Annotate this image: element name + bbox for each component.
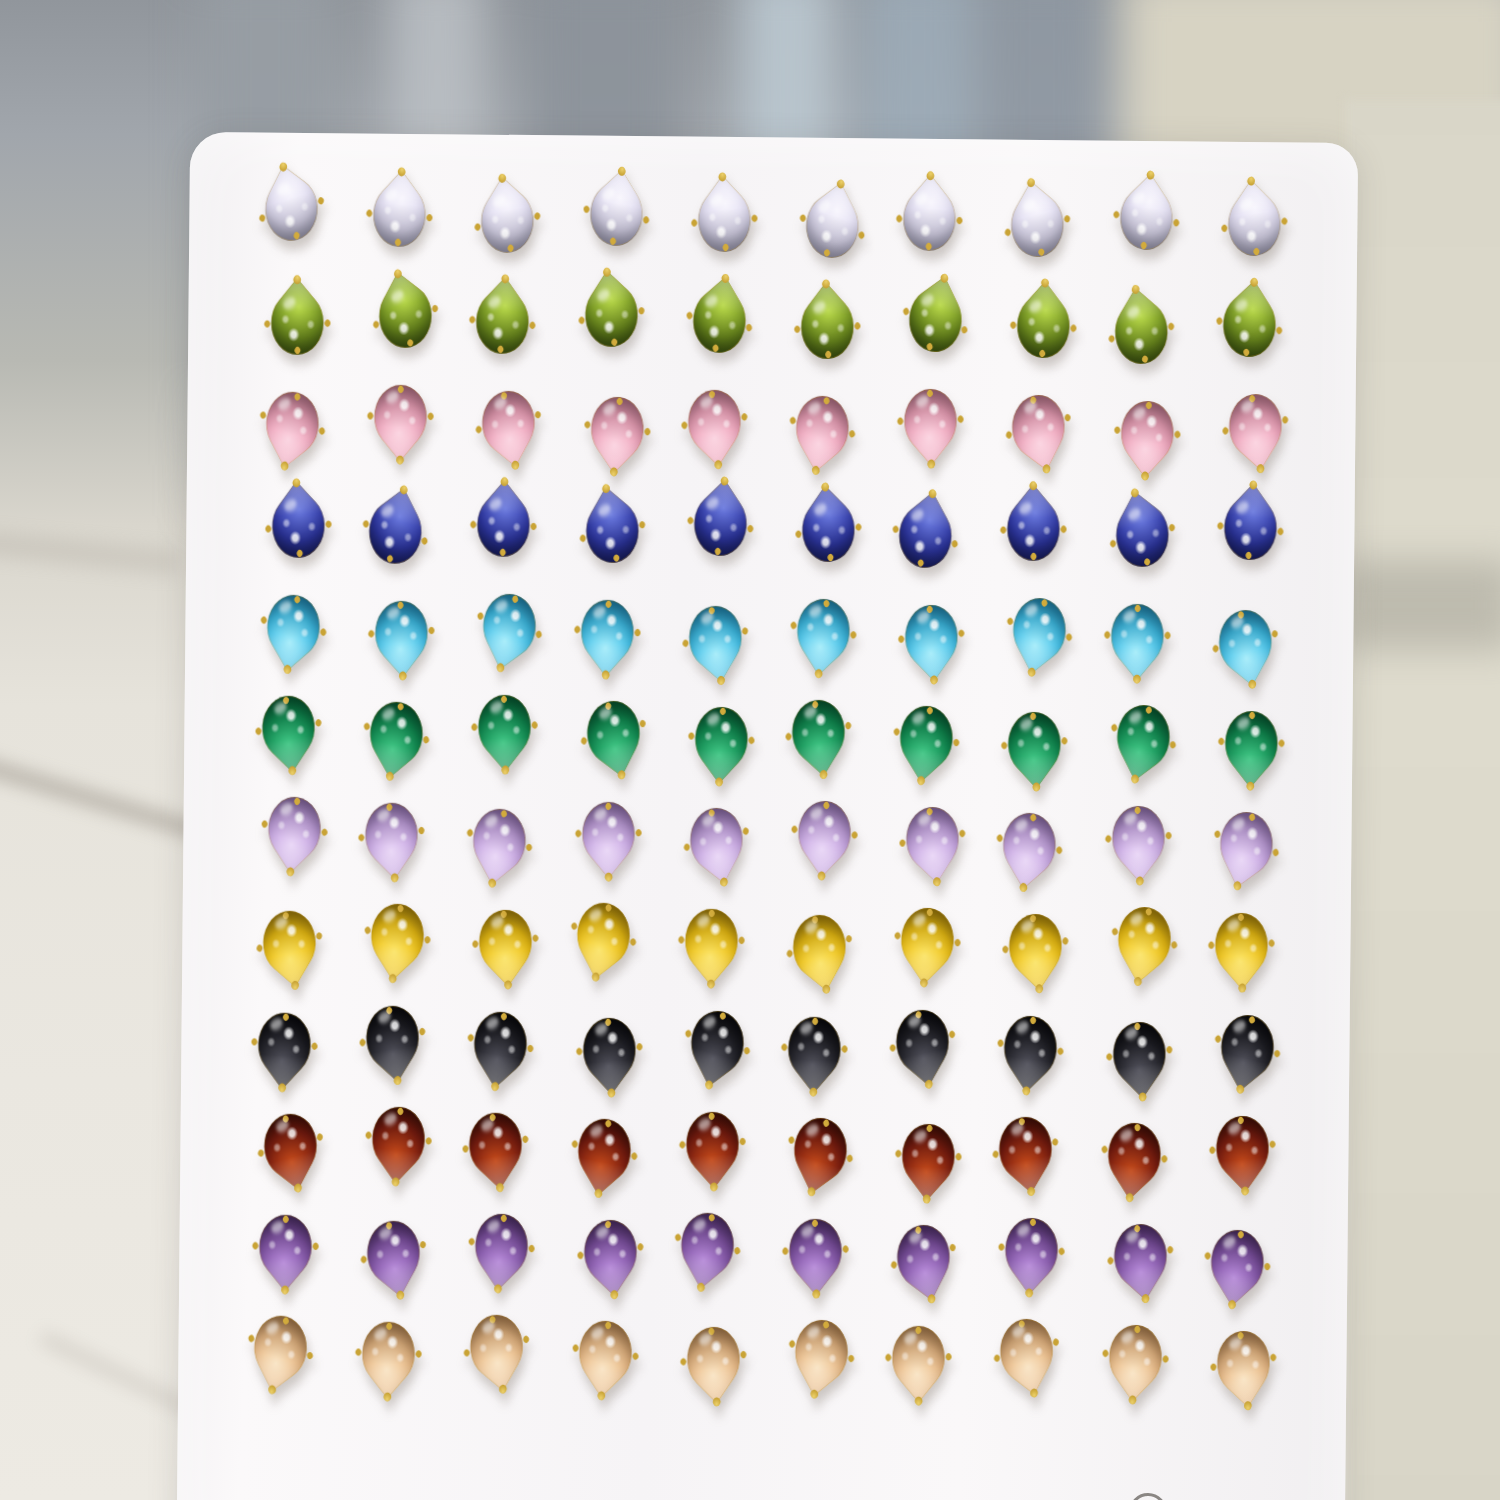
earring-stud [997,699,1072,790]
earring-stud [251,682,326,773]
earring-stud [1006,281,1081,372]
gold-prong [1042,463,1052,475]
gold-prong [1032,781,1042,794]
gold-prong [719,474,729,487]
gold-prong [393,268,403,280]
earring-stud [574,270,649,361]
earring-stud [892,174,967,265]
stone-clear-crystal [471,176,544,266]
earring-stud [679,795,754,886]
gold-prong [391,1175,401,1188]
gold-prong [293,1182,303,1194]
stone-aqua-blue [474,582,546,670]
gold-prong [922,1192,932,1205]
stone-sapphire-blue [997,483,1071,574]
earring-stud [886,1212,961,1303]
earring-stud [575,485,650,576]
earring-stud [255,379,330,470]
background-shadow-band [1340,560,1500,650]
earring-stud [466,479,541,570]
earring-stud [1213,482,1288,573]
stone-rose-pink [472,379,545,468]
stone-aqua-blue [679,593,752,682]
stone-champagne [244,1304,316,1392]
gold-prong [820,480,830,493]
gold-prong [816,870,826,883]
stone-garnet-red [254,1101,327,1189]
gold-prong [1130,773,1140,785]
stone-peridot-olive [574,270,648,360]
stone-aqua-blue [570,586,644,676]
gold-prong [601,482,611,495]
earring-stud [1200,1217,1275,1308]
earring-stud [572,1004,647,1095]
gold-prong [821,278,831,291]
earring-stud [580,384,655,475]
stone-canary-yellow [1204,900,1278,990]
gold-prong [490,1080,500,1093]
earring-stud [465,277,540,368]
stone-rose-pink [256,380,328,468]
earring-stud [471,378,546,469]
earring-stud [1109,173,1184,264]
gold-prong [927,1293,937,1305]
gold-prong [709,1180,719,1193]
earring-stud [885,996,960,1087]
stone-champagne [882,1313,956,1404]
earring-stud [1208,596,1283,687]
gold-prong [290,979,300,992]
stone-clear-crystal [363,170,437,260]
earring-stud [252,898,327,989]
stone-jet-black [886,997,959,1086]
stone-emerald-green [252,683,326,773]
gold-prong [493,1282,503,1295]
earring-stud [1205,1102,1280,1193]
stone-clear-crystal [255,165,327,253]
earring-stud [468,682,543,773]
gold-prong [1134,875,1144,888]
stone-sapphire-blue [359,487,431,575]
stone-jet-black [777,1003,851,1093]
stone-emerald-green [1107,693,1179,781]
earring-stud [781,687,856,778]
earring-stud [795,181,870,272]
earring-stud [566,890,641,981]
earring-stud [1101,793,1176,884]
earring-stud [1218,381,1293,472]
stone-emerald-green [1214,698,1288,788]
gold-prong [924,1078,934,1091]
gold-prong [932,876,942,889]
stone-clear-crystal [892,174,966,264]
earring-stud [368,271,443,362]
gold-prong [390,872,400,885]
earring-stud [898,275,973,366]
earring-stud [990,1306,1065,1397]
gold-prong [928,487,938,499]
gold-prong [1024,1287,1034,1300]
gold-prong [1255,463,1265,476]
earring-stud [683,478,758,569]
gold-prong [814,667,824,680]
earring-stud [782,902,857,993]
gold-prong [608,466,618,479]
gold-prong [1019,881,1029,894]
gold-prong [397,165,407,178]
gold-prong [385,770,395,783]
stone-canary-yellow [253,899,326,988]
earring-stud [362,169,437,260]
gold-prong [603,871,613,884]
stone-emerald-green [782,687,855,777]
earring-stud [248,1201,323,1292]
stone-champagne [676,1314,750,1404]
earring-stud [579,169,654,260]
earring-stud [464,998,539,1089]
stone-amethyst-purple [888,1213,960,1301]
stone-rose-pink [364,372,438,463]
stone-jet-black [994,1003,1068,1093]
earring-stud [1106,692,1181,783]
stone-lilac [571,789,645,880]
earring-stud [356,1207,431,1298]
gold-prong [809,1388,819,1400]
gold-prong [1235,1083,1245,1095]
earring-stud [778,1206,853,1297]
stone-aqua-blue [787,586,861,676]
gold-prong [929,673,939,686]
earring-stud [1102,1008,1177,1099]
earring-stud [359,688,434,779]
gold-prong [282,663,292,676]
gold-prong [926,458,936,471]
earring-stud [363,372,438,463]
stone-garnet-red [1097,1110,1171,1200]
stone-rose-pink [1110,388,1184,478]
gold-prong [1247,678,1257,690]
stone-aqua-blue [257,582,330,671]
earring-stud [678,592,753,683]
gold-prong [1027,666,1037,678]
gold-prong [818,768,828,781]
stone-lilac [680,796,753,884]
earring-stud [684,694,759,785]
earring-stud [358,486,433,577]
stone-amethyst-purple [465,1201,539,1291]
stone-champagne [352,1309,426,1399]
stone-garnet-red [989,1104,1062,1193]
gold-prong [495,1181,505,1194]
stone-sapphire-blue [889,491,962,580]
gold-prong [1035,983,1045,996]
earring-stud [1100,590,1175,681]
earring-stud [994,1002,1069,1093]
gold-prong [277,1081,287,1094]
gold-prong [916,774,926,787]
gold-prong [496,661,506,673]
stone-peridot-olive [683,276,756,365]
gold-prong [1127,1394,1137,1407]
earring-stud [1104,287,1179,378]
earring-stud [570,586,645,677]
earring-stud [473,580,548,671]
earring-stud [1105,489,1180,580]
earring-stud [254,163,329,254]
gold-prong [808,1085,818,1098]
earring-stud [256,581,331,672]
stone-aqua-blue [1004,586,1076,674]
stone-rose-pink [580,384,654,474]
gold-prong [821,983,831,995]
earring-stud [261,480,336,571]
earring-stud [888,490,963,581]
earring-stud [677,377,752,468]
stone-lilac [1101,793,1175,883]
stone-canary-yellow [891,895,965,985]
stone-canary-yellow [674,896,748,987]
gold-prong [616,165,626,178]
earring-stud [470,176,545,267]
earring-stud [247,999,322,1090]
stone-jet-black [247,999,321,1089]
stone-jet-black [1102,1009,1176,1099]
stone-canary-yellow [999,901,1073,991]
gold-prong [609,1288,619,1301]
gold-prong [1240,1184,1250,1197]
earring-stud [360,891,435,982]
gold-prong [498,1383,508,1396]
background-beige-panel [1345,100,1500,1500]
earring-stud [998,901,1073,992]
earring-stud [1110,388,1185,479]
gold-prong [596,1390,606,1403]
stone-garnet-red [1205,1103,1279,1193]
stone-jet-black [464,999,537,1089]
gold-prong [382,1391,392,1404]
stone-sapphire-blue [791,485,865,575]
earring-stud [682,276,757,367]
stone-emerald-green [577,689,649,777]
stone-amethyst-purple [671,1200,744,1289]
earring-stud [1209,799,1284,890]
gold-prong [600,668,610,681]
stone-rose-pink [894,376,968,466]
stone-canary-yellow [361,891,435,981]
gold-prong [1237,982,1247,995]
stone-aqua-blue [1100,590,1174,681]
earring-stud [1097,1109,1172,1200]
stone-canary-yellow [567,891,639,979]
stone-clear-crystal [687,175,761,265]
earring-stud [571,789,646,880]
gold-prong [1124,1191,1134,1204]
earring-stud [355,992,430,1083]
earring-stud [675,1098,750,1189]
earring-stud [996,483,1071,574]
gold-prong [1022,1084,1032,1097]
stone-emerald-green [890,693,963,783]
earring-stud [790,282,865,373]
gold-prong [717,171,727,184]
display-card [177,132,1359,1500]
gold-prong [719,876,729,888]
earring-stud [1103,1211,1178,1302]
photo-canvas: { "scene": { "subject": "White acrylic d… [0,0,1500,1500]
earring-stud [889,693,964,784]
stone-peridot-olive [369,272,442,360]
gold-prong [1028,479,1038,492]
stone-champagne [785,1308,858,1397]
earring-stud [361,1093,436,1184]
stone-garnet-red [675,1098,749,1188]
stone-canary-yellow [783,903,856,992]
stone-clear-crystal [796,182,868,270]
stone-peridot-olive [1104,288,1177,377]
gold-prong [278,161,288,173]
stone-canary-yellow [1108,895,1181,984]
stone-rose-pink [677,377,751,467]
gold-prong [714,776,724,789]
gold-prong [1145,169,1155,182]
stone-garnet-red [567,1106,640,1195]
gold-prong [811,464,821,477]
gold-prong [1130,283,1140,296]
earring-stud [890,895,965,986]
gold-prong [711,1396,721,1409]
earring-stud [785,383,860,474]
gold-prong [720,272,730,285]
gold-prong [696,1281,706,1294]
stone-aqua-blue [1209,597,1282,686]
earring-stud [351,1309,426,1400]
gold-prong [280,1284,290,1297]
earring-stud [786,585,861,676]
earring-stud [354,790,429,881]
earring-stud [568,1308,643,1399]
earring-stud [881,1313,956,1404]
stone-clear-crystal [1001,180,1074,269]
stone-champagne [1098,1312,1172,1402]
stone-clear-crystal [579,169,652,259]
earring-stud [1217,179,1292,270]
stone-garnet-red [892,1111,966,1201]
gold-prong [811,1288,821,1301]
stone-amethyst-purple [995,1205,1069,1295]
gold-prong [836,178,846,190]
earring-stud [787,788,862,879]
gold-prong [914,1395,924,1408]
stone-amethyst-purple [778,1206,852,1296]
earring-stud [1003,584,1078,675]
earring-stud [465,1201,540,1292]
earring-stud [784,1307,859,1398]
gold-prong [1129,486,1139,498]
gold-prong [1245,780,1255,793]
gold-prong [1232,880,1242,892]
earring-stud [783,1104,858,1195]
gold-prong [606,1086,616,1099]
gold-prong [1139,470,1149,483]
earring-stud [1212,280,1287,371]
earring-stud [894,591,969,682]
stone-jet-black [681,998,753,1086]
stone-amethyst-purple [357,1208,430,1297]
gold-prong [1227,1298,1237,1311]
stone-emerald-green [684,694,758,784]
stone-garnet-red [785,1106,857,1194]
earring-stud [676,1314,751,1405]
earring-stud [674,896,749,987]
stone-emerald-green [360,689,433,778]
gold-prong [285,866,295,879]
stone-lilac [258,784,332,874]
earring-stud [891,1110,966,1201]
stone-rose-pink [786,384,859,473]
earring-stud [573,1207,648,1298]
earring-stud [567,1105,642,1196]
stone-sapphire-blue [575,486,648,575]
earring-stud [680,997,755,1088]
stone-champagne [460,1303,533,1392]
gold-prong [716,674,726,687]
stone-champagne [991,1307,1064,1395]
earring-stud [777,1003,852,1094]
gold-prong [1026,176,1036,189]
earring-stud [995,1205,1070,1296]
gold-prong [940,272,950,284]
stone-jet-black [1211,1002,1284,1091]
gold-prong [1131,672,1141,685]
stone-lilac [896,794,970,884]
earring-stud [364,587,439,678]
gold-prong [488,877,498,889]
gold-prong [497,172,507,185]
gold-prong [713,459,723,472]
earring-stud [1098,1312,1173,1403]
stone-lilac [463,797,536,886]
stone-peridot-olive [900,276,972,364]
earring-stud [1001,382,1076,473]
gold-prong [706,978,716,991]
stone-rose-pink [1003,383,1075,471]
stone-lilac [355,790,429,880]
stone-peridot-olive [790,282,864,372]
stone-lilac [788,788,862,878]
gold-prong [503,979,513,992]
stone-peridot-olive [260,278,334,369]
earring-stud [895,794,970,885]
gold-prong [511,459,521,471]
gold-prong [395,454,405,467]
stone-sapphire-blue [683,479,757,569]
gold-prong [1140,1292,1150,1305]
stone-lilac [993,800,1066,889]
earring-stud [243,1303,318,1394]
gold-prong [593,1187,603,1200]
stone-champagne [568,1308,642,1398]
stone-jet-black [356,993,429,1083]
stone-sapphire-blue [1106,490,1179,578]
stone-amethyst-purple [1201,1217,1274,1307]
stone-jet-black [572,1004,646,1094]
stone-sapphire-blue [467,479,541,569]
gold-prong [393,1074,403,1087]
earring-stud [1000,180,1075,271]
gold-prong [280,460,290,472]
stone-clear-crystal [1217,179,1291,269]
gold-prong [601,266,611,279]
